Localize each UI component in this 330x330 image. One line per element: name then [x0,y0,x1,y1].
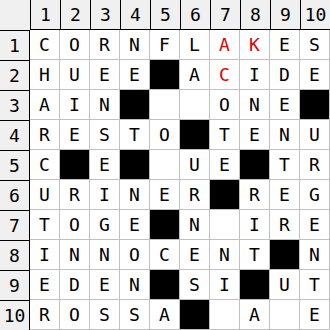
cell-r10-c9[interactable] [270,300,300,330]
col-header-2: 2 [60,0,90,30]
cell-r7-c9[interactable]: R [270,210,300,240]
col-header-7: 7 [210,0,240,30]
cell-r4-c9[interactable]: N [270,120,300,150]
cell-r2-c2[interactable]: U [60,60,90,90]
cell-r9-c6[interactable]: S [180,270,210,300]
cell-r7-c4[interactable]: E [120,210,150,240]
cell-r3-c8[interactable]: N [240,90,270,120]
col-header-10: 10 [300,0,330,30]
row-header-1: 1 [0,30,30,60]
col-header-3: 3 [90,0,120,30]
cell-r1-c5[interactable]: F [150,30,180,60]
cell-r3-c6[interactable] [180,90,210,120]
cell-r8-c3[interactable]: N [90,240,120,270]
cell-r4-c6 [180,120,210,150]
row-header-5: 5 [0,150,30,180]
cell-r5-c5[interactable] [150,150,180,180]
col-header-5: 5 [150,0,180,30]
cell-r1-c4[interactable]: N [120,30,150,60]
cell-r6-c8[interactable]: R [240,180,270,210]
cell-r8-c5[interactable]: C [150,240,180,270]
cell-r1-c1[interactable]: C [30,30,60,60]
col-header-1: 1 [30,0,60,30]
cell-r1-c10[interactable]: S [300,30,330,60]
cell-r4-c5[interactable]: O [150,120,180,150]
cell-r4-c7[interactable]: T [210,120,240,150]
cell-r1-c8[interactable]: K [240,30,270,60]
cell-r1-c2[interactable]: O [60,30,90,60]
cell-r8-c8[interactable]: T [240,240,270,270]
crossword-board: 123456789101CORNFLAKES2HUEEACIDE3AINONE4… [0,0,330,330]
col-header-9: 9 [270,0,300,30]
cell-r6-c7 [210,180,240,210]
cell-r6-c4[interactable]: N [120,180,150,210]
cell-r7-c3[interactable]: G [90,210,120,240]
cell-r9-c2[interactable]: D [60,270,90,300]
cell-r8-c9 [270,240,300,270]
row-header-2: 2 [0,60,30,90]
cell-r7-c10[interactable]: E [300,210,330,240]
cell-r5-c4 [120,150,150,180]
cell-r8-c2[interactable]: N [60,240,90,270]
cell-r4-c1[interactable]: R [30,120,60,150]
row-header-7: 7 [0,210,30,240]
cell-r5-c6[interactable]: U [180,150,210,180]
cell-r4-c8[interactable]: E [240,120,270,150]
cell-r3-c4 [120,90,150,120]
cell-r10-c6 [180,300,210,330]
cell-r10-c1[interactable]: R [30,300,60,330]
cell-r2-c10[interactable]: E [300,60,330,90]
cell-r8-c6[interactable]: E [180,240,210,270]
cell-r8-c4[interactable]: O [120,240,150,270]
cell-r7-c2[interactable]: O [60,210,90,240]
cell-r5-c9[interactable]: T [270,150,300,180]
cell-r5-c3[interactable]: E [90,150,120,180]
cell-r4-c4[interactable]: T [120,120,150,150]
cell-r9-c3[interactable]: E [90,270,120,300]
cell-r10-c10[interactable]: E [300,300,330,330]
cell-r1-c3[interactable]: R [90,30,120,60]
cell-r8-c1[interactable]: I [30,240,60,270]
cell-r9-c1[interactable]: E [30,270,60,300]
cell-r5-c7[interactable]: E [210,150,240,180]
cell-r6-c5[interactable]: E [150,180,180,210]
col-header-6: 6 [180,0,210,30]
cell-r7-c7[interactable] [210,210,240,240]
cell-r2-c5 [150,60,180,90]
cell-r9-c9[interactable]: U [270,270,300,300]
cell-r2-c9[interactable]: D [270,60,300,90]
cell-r5-c2 [60,150,90,180]
cell-r6-c3[interactable]: I [90,180,120,210]
cell-r4-c2[interactable]: E [60,120,90,150]
cell-r2-c4[interactable]: E [120,60,150,90]
cell-r3-c3[interactable]: N [90,90,120,120]
cell-r4-c10[interactable]: U [300,120,330,150]
cell-r9-c4[interactable]: N [120,270,150,300]
cell-r6-c1[interactable]: U [30,180,60,210]
cell-r3-c9[interactable]: E [270,90,300,120]
col-header-4: 4 [120,0,150,30]
cell-r7-c1[interactable]: T [30,210,60,240]
cell-r2-c8[interactable]: I [240,60,270,90]
cell-r10-c3[interactable]: S [90,300,120,330]
cell-r2-c7[interactable]: C [210,60,240,90]
cell-r9-c7[interactable]: I [210,270,240,300]
cell-r8-c10[interactable]: N [300,240,330,270]
cell-r10-c5[interactable]: A [150,300,180,330]
cell-r7-c5 [150,210,180,240]
cell-r5-c1[interactable]: C [30,150,60,180]
cell-r4-c3[interactable]: S [90,120,120,150]
cell-r3-c7[interactable]: O [210,90,240,120]
cell-r2-c1[interactable]: H [30,60,60,90]
cell-r1-c6[interactable]: L [180,30,210,60]
row-header-9: 9 [0,270,30,300]
cell-r10-c8[interactable]: A [240,300,270,330]
cell-r2-c3[interactable]: E [90,60,120,90]
cell-r1-c9[interactable]: E [270,30,300,60]
cell-r3-c5[interactable] [150,90,180,120]
cell-r9-c10[interactable]: T [300,270,330,300]
cell-r6-c2[interactable]: R [60,180,90,210]
cell-r3-c1[interactable]: A [30,90,60,120]
col-header-8: 8 [240,0,270,30]
cell-r6-c6[interactable]: R [180,180,210,210]
cell-r3-c2[interactable]: I [60,90,90,120]
cell-r6-c10[interactable]: G [300,180,330,210]
cell-r3-c10 [300,90,330,120]
corner-cell [0,0,30,30]
cell-r9-c5 [150,270,180,300]
row-header-10: 10 [0,300,30,330]
cell-r7-c8[interactable]: I [240,210,270,240]
cell-r5-c10[interactable]: R [300,150,330,180]
cell-r10-c7[interactable] [210,300,240,330]
cell-r10-c4[interactable]: S [120,300,150,330]
cell-r10-c2[interactable]: O [60,300,90,330]
cell-r2-c6[interactable]: A [180,60,210,90]
cell-r6-c9[interactable]: E [270,180,300,210]
row-header-3: 3 [0,90,30,120]
row-header-4: 4 [0,120,30,150]
cell-r9-c8 [240,270,270,300]
row-header-8: 8 [0,240,30,270]
row-header-6: 6 [0,180,30,210]
cell-r5-c8 [240,150,270,180]
cell-r1-c7[interactable]: A [210,30,240,60]
cell-r8-c7[interactable]: N [210,240,240,270]
cell-r7-c6[interactable]: N [180,210,210,240]
